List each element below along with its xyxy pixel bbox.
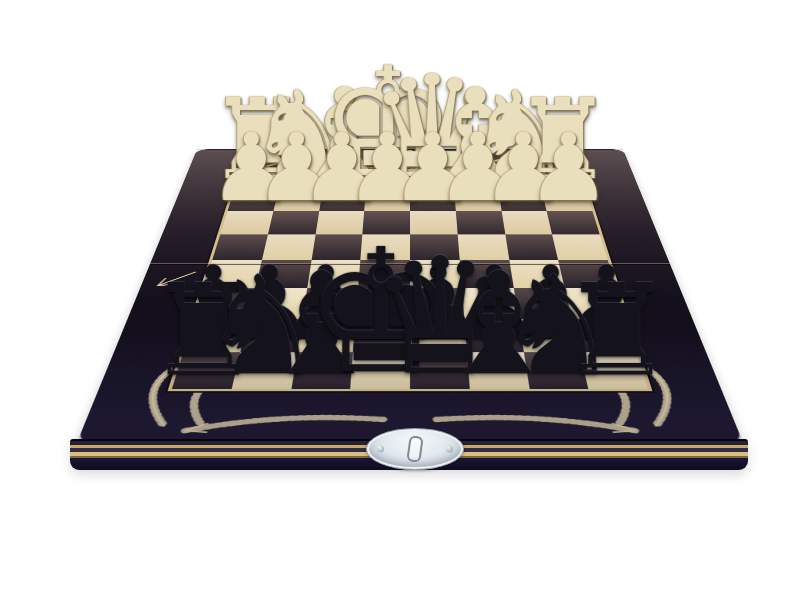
product-photo-stage: ♜♞♝♚♛♝♞♜♟♟♟♟♟♟♟♟♟♟♟♟♟♟♟♟♜♞♝♚♛♝♞♜ <box>0 0 800 600</box>
piece-white-pawn-a2[interactable]: ♟ <box>526 121 610 215</box>
latch-clasp <box>366 428 464 470</box>
latch-keyhole-icon <box>406 435 423 463</box>
clasp-screw-icon <box>377 446 384 453</box>
clasp-screw-icon <box>446 446 453 453</box>
piece-black-rook-a8[interactable]: ♜ <box>560 268 673 394</box>
